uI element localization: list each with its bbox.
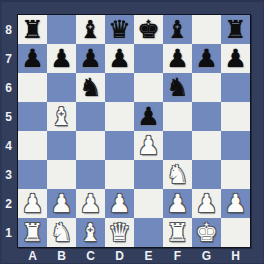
rank-label-5: 5 (0, 102, 17, 131)
square-f4[interactable] (163, 131, 192, 160)
square-c8[interactable]: ♝ (76, 15, 105, 44)
black-pawn-piece[interactable]: ♟ (47, 44, 76, 73)
square-g8[interactable] (192, 15, 221, 44)
black-pawn-piece[interactable]: ♟ (221, 44, 250, 73)
black-knight-piece[interactable]: ♞ (163, 73, 192, 102)
square-a2[interactable]: ♟ (18, 189, 47, 218)
square-a6[interactable] (18, 73, 47, 102)
square-d6[interactable] (105, 73, 134, 102)
square-b3[interactable] (47, 160, 76, 189)
square-e1[interactable] (134, 218, 163, 247)
black-rook-piece[interactable]: ♜ (221, 15, 250, 44)
file-label-h: H (221, 247, 250, 264)
square-d7[interactable]: ♟ (105, 44, 134, 73)
square-c2[interactable]: ♟ (76, 189, 105, 218)
black-pawn-piece[interactable]: ♟ (192, 44, 221, 73)
white-rook-piece[interactable]: ♜ (18, 218, 47, 247)
file-label-f: F (163, 247, 192, 264)
white-pawn-piece[interactable]: ♟ (105, 189, 134, 218)
square-d1[interactable]: ♛ (105, 218, 134, 247)
square-c4[interactable] (76, 131, 105, 160)
square-b4[interactable] (47, 131, 76, 160)
rank-label-7: 7 (0, 44, 17, 73)
square-e5[interactable]: ♟ (134, 102, 163, 131)
black-bishop-piece[interactable]: ♝ (163, 15, 192, 44)
square-c5[interactable] (76, 102, 105, 131)
square-a7[interactable]: ♟ (18, 44, 47, 73)
black-queen-piece[interactable]: ♛ (105, 15, 134, 44)
square-d2[interactable]: ♟ (105, 189, 134, 218)
square-g4[interactable] (192, 131, 221, 160)
square-g3[interactable] (192, 160, 221, 189)
white-rook-piece[interactable]: ♜ (163, 218, 192, 247)
square-a1[interactable]: ♜ (18, 218, 47, 247)
file-label-c: C (76, 247, 105, 264)
square-e6[interactable] (134, 73, 163, 102)
square-f3[interactable]: ♞ (163, 160, 192, 189)
square-b5[interactable]: ♝ (47, 102, 76, 131)
square-e3[interactable] (134, 160, 163, 189)
square-a4[interactable] (18, 131, 47, 160)
square-h5[interactable] (221, 102, 250, 131)
rank-label-4: 4 (0, 131, 17, 160)
white-pawn-piece[interactable]: ♟ (163, 189, 192, 218)
white-pawn-piece[interactable]: ♟ (192, 189, 221, 218)
black-pawn-piece[interactable]: ♟ (76, 44, 105, 73)
black-bishop-piece[interactable]: ♝ (76, 15, 105, 44)
square-d5[interactable] (105, 102, 134, 131)
square-f1[interactable]: ♜ (163, 218, 192, 247)
square-g5[interactable] (192, 102, 221, 131)
square-d4[interactable] (105, 131, 134, 160)
square-h6[interactable] (221, 73, 250, 102)
square-e7[interactable] (134, 44, 163, 73)
white-knight-piece[interactable]: ♞ (47, 218, 76, 247)
square-f6[interactable]: ♞ (163, 73, 192, 102)
square-h4[interactable] (221, 131, 250, 160)
white-king-piece[interactable]: ♚ (192, 218, 221, 247)
square-e4[interactable]: ♟ (134, 131, 163, 160)
square-c6[interactable]: ♞ (76, 73, 105, 102)
square-b7[interactable]: ♟ (47, 44, 76, 73)
black-pawn-piece[interactable]: ♟ (163, 44, 192, 73)
square-b2[interactable]: ♟ (47, 189, 76, 218)
black-pawn-piece[interactable]: ♟ (105, 44, 134, 73)
black-pawn-piece[interactable]: ♟ (134, 102, 163, 131)
file-label-b: B (47, 247, 76, 264)
rank-label-3: 3 (0, 160, 17, 189)
chess-board: ♜♝♛♚♝♜♟♟♟♟♟♟♟♞♞♝♟♟♞♟♟♟♟♟♟♟♜♞♝♛♜♚ (17, 14, 251, 248)
rank-label-6: 6 (0, 73, 17, 102)
square-a5[interactable] (18, 102, 47, 131)
black-king-piece[interactable]: ♚ (134, 15, 163, 44)
white-pawn-piece[interactable]: ♟ (18, 189, 47, 218)
file-labels: ABCDEFGH (18, 247, 250, 264)
rank-labels: 87654321 (0, 15, 17, 247)
square-d8[interactable]: ♛ (105, 15, 134, 44)
chess-diagram: 87654321 ♜♝♛♚♝♜♟♟♟♟♟♟♟♞♞♝♟♟♞♟♟♟♟♟♟♟♜♞♝♛♜… (0, 0, 264, 264)
square-d3[interactable] (105, 160, 134, 189)
white-knight-piece[interactable]: ♞ (163, 160, 192, 189)
square-c7[interactable]: ♟ (76, 44, 105, 73)
file-label-a: A (18, 247, 47, 264)
square-a8[interactable]: ♜ (18, 15, 47, 44)
square-f7[interactable]: ♟ (163, 44, 192, 73)
square-h3[interactable] (221, 160, 250, 189)
white-pawn-piece[interactable]: ♟ (47, 189, 76, 218)
square-f2[interactable]: ♟ (163, 189, 192, 218)
file-label-e: E (134, 247, 163, 264)
square-g7[interactable]: ♟ (192, 44, 221, 73)
white-bishop-piece[interactable]: ♝ (47, 102, 76, 131)
black-rook-piece[interactable]: ♜ (18, 15, 47, 44)
white-pawn-piece[interactable]: ♟ (221, 189, 250, 218)
square-e8[interactable]: ♚ (134, 15, 163, 44)
square-b1[interactable]: ♞ (47, 218, 76, 247)
square-h2[interactable]: ♟ (221, 189, 250, 218)
rank-label-2: 2 (0, 189, 17, 218)
square-g1[interactable]: ♚ (192, 218, 221, 247)
white-pawn-piece[interactable]: ♟ (76, 189, 105, 218)
rank-label-1: 1 (0, 218, 17, 247)
square-f8[interactable]: ♝ (163, 15, 192, 44)
white-pawn-piece[interactable]: ♟ (134, 131, 163, 160)
white-queen-piece[interactable]: ♛ (105, 218, 134, 247)
rank-label-8: 8 (0, 15, 17, 44)
white-bishop-piece[interactable]: ♝ (76, 218, 105, 247)
square-g6[interactable] (192, 73, 221, 102)
square-g2[interactable]: ♟ (192, 189, 221, 218)
square-a3[interactable] (18, 160, 47, 189)
square-c1[interactable]: ♝ (76, 218, 105, 247)
square-f5[interactable] (163, 102, 192, 131)
square-h1[interactable] (221, 218, 250, 247)
file-label-d: D (105, 247, 134, 264)
square-h7[interactable]: ♟ (221, 44, 250, 73)
file-label-g: G (192, 247, 221, 264)
square-c3[interactable] (76, 160, 105, 189)
black-pawn-piece[interactable]: ♟ (18, 44, 47, 73)
square-b6[interactable] (47, 73, 76, 102)
square-h8[interactable]: ♜ (221, 15, 250, 44)
square-e2[interactable] (134, 189, 163, 218)
square-b8[interactable] (47, 15, 76, 44)
black-knight-piece[interactable]: ♞ (76, 73, 105, 102)
